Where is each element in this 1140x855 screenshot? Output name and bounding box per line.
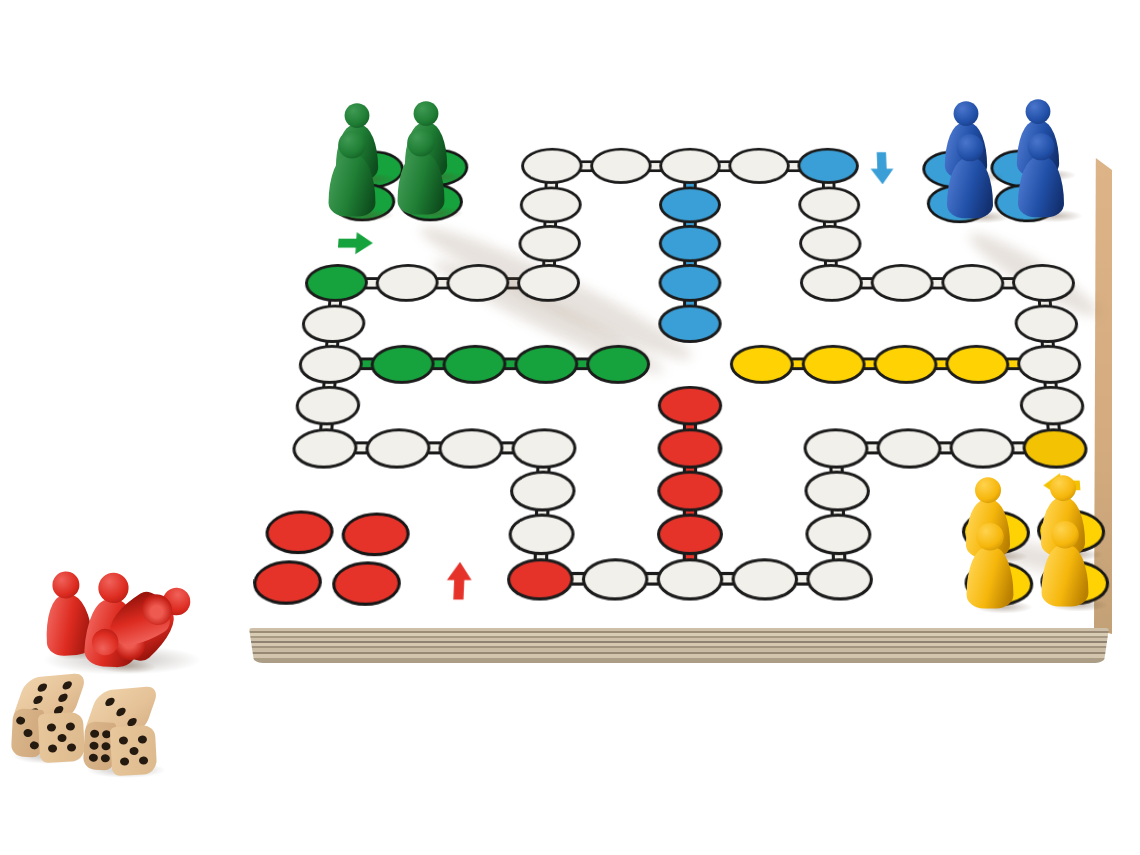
track-cell xyxy=(659,148,721,184)
die-pip xyxy=(126,718,138,727)
home-cell-blue xyxy=(658,264,721,302)
base-cell-blue xyxy=(989,149,1055,187)
home-cell-green xyxy=(586,345,650,384)
start-cell-red xyxy=(506,558,574,600)
base-cell-green xyxy=(404,149,469,187)
pawn-head xyxy=(157,582,196,621)
shadow xyxy=(12,748,86,764)
base-cell-red xyxy=(252,561,324,605)
track-cell xyxy=(301,304,367,342)
track-cell xyxy=(519,186,582,223)
scene xyxy=(0,0,1140,855)
die-face-3 xyxy=(82,685,160,738)
base-cell-green xyxy=(398,183,464,221)
base-cell-blue xyxy=(921,150,986,188)
pawn-head xyxy=(51,571,80,600)
track-cell xyxy=(1019,386,1086,426)
track-cell xyxy=(521,148,583,184)
base-cell-yellow xyxy=(960,511,1030,555)
die-pip xyxy=(57,733,66,741)
die-pip xyxy=(102,742,111,750)
die-pip xyxy=(138,735,147,743)
die-pip xyxy=(32,695,44,704)
board-plywood-edge xyxy=(249,628,1109,663)
home-cell-blue xyxy=(659,225,722,262)
start-arrow-blue-icon xyxy=(869,152,896,184)
track-cell xyxy=(446,264,510,302)
track-cell xyxy=(657,558,724,600)
die-pip xyxy=(66,722,75,730)
track-cell xyxy=(509,471,576,512)
die-pip xyxy=(115,707,127,716)
die-pip xyxy=(36,683,48,692)
base-cell-green xyxy=(330,183,396,221)
die-pip xyxy=(16,717,25,725)
pawn-head xyxy=(954,101,979,126)
home-cell-yellow xyxy=(730,345,794,384)
die-pip xyxy=(102,730,111,738)
track-cell xyxy=(297,345,364,384)
track-cell xyxy=(804,471,871,512)
track-cell xyxy=(508,514,575,556)
die-pip xyxy=(129,746,138,754)
start-cell-yellow xyxy=(1021,428,1089,468)
start-arrow-red-icon xyxy=(445,562,475,600)
die-pip xyxy=(23,729,32,737)
base-cell-green xyxy=(339,150,405,188)
die-pip xyxy=(104,697,116,706)
base-cell-red xyxy=(331,561,402,605)
home-cell-red xyxy=(657,428,722,468)
home-cell-red xyxy=(658,386,723,426)
base-cell-red xyxy=(340,512,411,556)
track-cell xyxy=(806,558,874,600)
die-pip xyxy=(89,741,98,749)
start-cell-green xyxy=(304,264,369,302)
track-cell xyxy=(805,514,872,556)
die-pip xyxy=(61,681,73,690)
die-pip xyxy=(57,693,69,702)
track-cell xyxy=(949,428,1016,468)
base-cell-yellow xyxy=(963,561,1034,605)
track-cell xyxy=(590,148,652,184)
pawn-red-1[interactable] xyxy=(41,570,95,657)
track-cell xyxy=(728,148,790,184)
track-cell xyxy=(1011,264,1076,302)
home-cell-green xyxy=(370,345,436,384)
pawn-head xyxy=(345,103,370,128)
track-cell xyxy=(1016,345,1083,384)
die-pip xyxy=(118,736,127,744)
track-cell xyxy=(799,225,862,262)
track-cell xyxy=(803,428,869,468)
die-pip xyxy=(52,706,64,715)
die-face-6 xyxy=(10,672,88,725)
base-cell-yellow xyxy=(1039,561,1111,605)
die-pip xyxy=(89,754,98,762)
die-pip xyxy=(46,723,55,731)
start-arrow-green-icon xyxy=(337,231,374,256)
home-cell-yellow xyxy=(944,345,1010,384)
track-cell xyxy=(518,225,581,262)
start-cell-blue xyxy=(797,148,859,184)
home-cell-green xyxy=(442,345,507,384)
home-cell-red xyxy=(657,514,723,556)
start-arrow-yellow-icon xyxy=(1042,471,1081,499)
track-cell xyxy=(511,428,577,468)
die-pip xyxy=(90,729,99,737)
pawn-head xyxy=(1026,99,1051,124)
base-cell-red xyxy=(263,511,334,555)
track-cell xyxy=(438,428,505,468)
track-cell xyxy=(876,428,943,468)
home-cell-red xyxy=(657,471,723,512)
track-cell xyxy=(800,264,864,302)
track-cell xyxy=(364,428,431,468)
home-cell-green xyxy=(514,345,579,384)
base-cell-blue xyxy=(926,184,992,222)
home-cell-blue xyxy=(658,304,722,342)
ludo-board xyxy=(258,147,1122,627)
home-cell-blue xyxy=(659,186,721,223)
shadow xyxy=(42,645,202,675)
pawn-head xyxy=(414,101,439,126)
pawn-head xyxy=(98,572,130,604)
track-cell xyxy=(581,558,648,600)
track-cell xyxy=(294,386,361,426)
track-cell xyxy=(517,264,581,302)
shadow xyxy=(86,762,166,778)
track-cell xyxy=(291,428,359,468)
track-cell xyxy=(375,264,440,302)
track-cell xyxy=(940,264,1005,302)
home-cell-yellow xyxy=(801,345,866,384)
home-cell-yellow xyxy=(873,345,938,384)
die-pip xyxy=(28,708,40,717)
pawn-base-disc xyxy=(136,589,178,631)
track-cell xyxy=(798,186,861,223)
base-cell-blue xyxy=(994,184,1060,222)
track-cell xyxy=(1013,304,1079,342)
track-cell xyxy=(731,558,798,600)
track-cell xyxy=(870,264,934,302)
